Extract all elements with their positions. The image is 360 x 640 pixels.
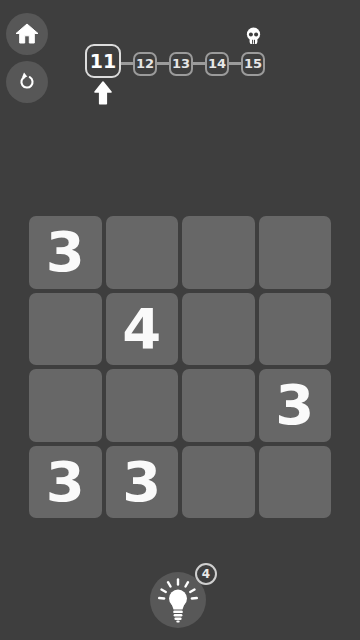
grid-cell[interactable] bbox=[106, 369, 179, 442]
hint-count-badge: 4 bbox=[195, 563, 217, 585]
grid-cell[interactable]: 3 bbox=[259, 369, 332, 442]
level-connector bbox=[229, 62, 241, 65]
grid-cell[interactable] bbox=[259, 293, 332, 366]
restart-icon bbox=[14, 69, 40, 95]
lightbulb-icon bbox=[156, 576, 200, 624]
grid-cell[interactable] bbox=[29, 369, 102, 442]
level-node-current: 11 bbox=[85, 44, 121, 78]
up-arrow-icon bbox=[94, 81, 112, 105]
grid-cell[interactable] bbox=[259, 216, 332, 289]
level-connector bbox=[157, 62, 169, 65]
grid-cell[interactable] bbox=[182, 216, 255, 289]
grid-cell[interactable] bbox=[182, 369, 255, 442]
level-node: 15 bbox=[241, 52, 265, 76]
home-icon bbox=[15, 23, 39, 45]
level-node: 12 bbox=[133, 52, 157, 76]
level-connector bbox=[193, 62, 205, 65]
grid-cell[interactable]: 4 bbox=[106, 293, 179, 366]
restart-button[interactable] bbox=[6, 61, 48, 103]
grid-cell[interactable] bbox=[29, 293, 102, 366]
skull-icon bbox=[245, 27, 262, 45]
grid-cell[interactable] bbox=[182, 446, 255, 519]
home-button[interactable] bbox=[6, 13, 48, 55]
game-screen: { "game": "number-block grid puzzle (shi… bbox=[0, 0, 360, 640]
level-connector bbox=[121, 62, 133, 65]
level-node: 13 bbox=[169, 52, 193, 76]
puzzle-grid: 3 4 3 3 3 bbox=[29, 216, 331, 518]
grid-cell[interactable]: 3 bbox=[29, 446, 102, 519]
grid-cell[interactable] bbox=[106, 216, 179, 289]
level-node: 14 bbox=[205, 52, 229, 76]
level-track: 11 12 13 14 15 bbox=[85, 44, 265, 83]
grid-cell[interactable]: 3 bbox=[106, 446, 179, 519]
grid-cell[interactable] bbox=[182, 293, 255, 366]
grid-cell[interactable] bbox=[259, 446, 332, 519]
grid-cell[interactable]: 3 bbox=[29, 216, 102, 289]
